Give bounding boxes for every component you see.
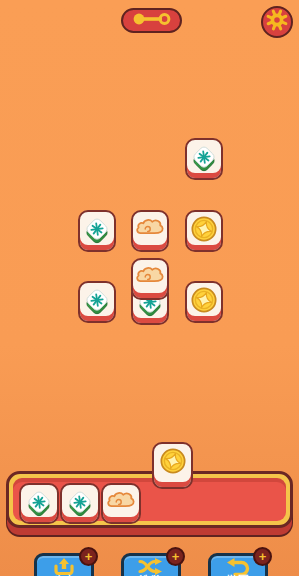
- incoming-card-coin: [152, 442, 193, 489]
- level-progress-pill[interactable]: [121, 8, 182, 33]
- board-card-coin[interactable]: [185, 210, 223, 252]
- gear-icon: [264, 7, 290, 37]
- shuffle-button[interactable]: 洗牌 +: [121, 553, 181, 576]
- move-out-plus-badge[interactable]: +: [79, 547, 98, 566]
- board-card-green-dragon[interactable]: [78, 281, 116, 323]
- settings-button[interactable]: [261, 6, 293, 38]
- board-card-cloud[interactable]: [131, 258, 169, 300]
- game-screen: 移出 + 洗牌 + 撤回 +: [0, 0, 299, 576]
- tray-slots: [13, 478, 286, 521]
- board-card-green-dragon[interactable]: [185, 138, 223, 180]
- undo-plus-badge[interactable]: +: [253, 547, 272, 566]
- board-card-green-dragon[interactable]: [78, 210, 116, 252]
- board-card-cloud[interactable]: [131, 210, 169, 252]
- shuffle-plus-badge[interactable]: +: [166, 547, 185, 566]
- board-card-coin[interactable]: [185, 281, 223, 323]
- tile-tray: [6, 471, 293, 528]
- tray-card-green-dragon: [19, 483, 59, 524]
- tray-card-green-dragon: [60, 483, 100, 524]
- link-toggle-icon: [132, 12, 172, 30]
- move-out-button[interactable]: 移出 +: [34, 553, 94, 576]
- undo-button[interactable]: 撤回 +: [208, 553, 268, 576]
- tray-card-cloud: [101, 483, 141, 524]
